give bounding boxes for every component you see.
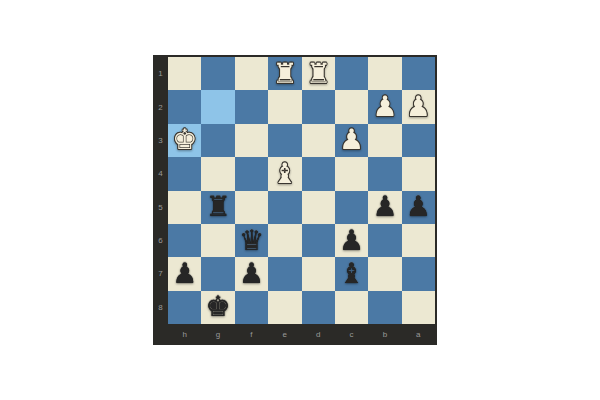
square-h8[interactable]	[168, 291, 201, 324]
square-c4[interactable]	[335, 157, 368, 190]
square-a1[interactable]	[402, 57, 435, 90]
square-d3[interactable]	[302, 124, 335, 157]
square-f4[interactable]	[235, 157, 268, 190]
square-h1[interactable]	[168, 57, 201, 90]
square-b2[interactable]: ♟	[368, 90, 401, 123]
black-pawn[interactable]: ♟	[339, 227, 364, 255]
square-e2[interactable]	[268, 90, 301, 123]
square-e8[interactable]	[268, 291, 301, 324]
square-f7[interactable]: ♟	[235, 257, 268, 290]
square-d6[interactable]	[302, 224, 335, 257]
square-c8[interactable]	[335, 291, 368, 324]
square-b1[interactable]	[368, 57, 401, 90]
square-g7[interactable]	[201, 257, 234, 290]
square-a5[interactable]: ♟	[402, 191, 435, 224]
rank-label-8: 8	[153, 291, 168, 324]
square-d2[interactable]	[302, 90, 335, 123]
white-pawn[interactable]: ♟	[372, 93, 397, 121]
square-d5[interactable]	[302, 191, 335, 224]
white-pawn[interactable]: ♟	[406, 93, 431, 121]
square-b6[interactable]	[368, 224, 401, 257]
file-labels: hgfedcba	[168, 324, 435, 345]
chessboard-grid: ♜♜♟♟♚♟♝♜♟♟♛♟♟♟♝♚	[168, 57, 435, 324]
white-bishop[interactable]: ♝	[272, 160, 297, 188]
file-label-c: c	[335, 324, 368, 345]
square-c1[interactable]	[335, 57, 368, 90]
square-b3[interactable]	[368, 124, 401, 157]
square-h4[interactable]	[168, 157, 201, 190]
square-g2[interactable]	[201, 90, 234, 123]
square-d7[interactable]	[302, 257, 335, 290]
square-d4[interactable]	[302, 157, 335, 190]
file-label-h: h	[168, 324, 201, 345]
rank-label-1: 1	[153, 57, 168, 90]
square-g6[interactable]	[201, 224, 234, 257]
square-e1[interactable]: ♜	[268, 57, 301, 90]
square-f3[interactable]	[235, 124, 268, 157]
square-e5[interactable]	[268, 191, 301, 224]
square-g5[interactable]: ♜	[201, 191, 234, 224]
square-b8[interactable]	[368, 291, 401, 324]
black-pawn[interactable]: ♟	[239, 260, 264, 288]
square-e7[interactable]	[268, 257, 301, 290]
file-label-g: g	[201, 324, 234, 345]
black-rook[interactable]: ♜	[206, 193, 231, 221]
square-a2[interactable]: ♟	[402, 90, 435, 123]
square-a3[interactable]	[402, 124, 435, 157]
square-f8[interactable]	[235, 291, 268, 324]
square-a7[interactable]	[402, 257, 435, 290]
square-b5[interactable]: ♟	[368, 191, 401, 224]
rank-label-3: 3	[153, 124, 168, 157]
black-pawn[interactable]: ♟	[172, 260, 197, 288]
square-a4[interactable]	[402, 157, 435, 190]
square-c7[interactable]: ♝	[335, 257, 368, 290]
square-b4[interactable]	[368, 157, 401, 190]
rank-label-2: 2	[153, 90, 168, 123]
square-h2[interactable]	[168, 90, 201, 123]
square-e6[interactable]	[268, 224, 301, 257]
file-label-d: d	[302, 324, 335, 345]
square-c6[interactable]: ♟	[335, 224, 368, 257]
square-g3[interactable]	[201, 124, 234, 157]
square-h7[interactable]: ♟	[168, 257, 201, 290]
square-h5[interactable]	[168, 191, 201, 224]
square-f5[interactable]	[235, 191, 268, 224]
file-label-b: b	[368, 324, 401, 345]
square-h3[interactable]: ♚	[168, 124, 201, 157]
black-pawn[interactable]: ♟	[406, 193, 431, 221]
black-queen[interactable]: ♛	[239, 227, 264, 255]
square-g4[interactable]	[201, 157, 234, 190]
square-f6[interactable]: ♛	[235, 224, 268, 257]
white-pawn[interactable]: ♟	[339, 126, 364, 154]
square-e4[interactable]: ♝	[268, 157, 301, 190]
rank-label-7: 7	[153, 257, 168, 290]
white-rook[interactable]: ♜	[272, 60, 297, 88]
black-pawn[interactable]: ♟	[372, 193, 397, 221]
white-rook[interactable]: ♜	[306, 60, 331, 88]
file-label-f: f	[235, 324, 268, 345]
square-b7[interactable]	[368, 257, 401, 290]
square-c3[interactable]: ♟	[335, 124, 368, 157]
square-d1[interactable]: ♜	[302, 57, 335, 90]
square-e3[interactable]	[268, 124, 301, 157]
file-label-a: a	[402, 324, 435, 345]
rank-label-5: 5	[153, 191, 168, 224]
square-a8[interactable]	[402, 291, 435, 324]
black-bishop[interactable]: ♝	[339, 260, 364, 288]
square-f2[interactable]	[235, 90, 268, 123]
square-f1[interactable]	[235, 57, 268, 90]
rank-label-4: 4	[153, 157, 168, 190]
square-h6[interactable]	[168, 224, 201, 257]
white-king[interactable]: ♚	[172, 126, 197, 154]
square-c2[interactable]	[335, 90, 368, 123]
chessboard-frame: 12345678 ♜♜♟♟♚♟♝♜♟♟♛♟♟♟♝♚ hgfedcba	[153, 55, 437, 345]
square-g1[interactable]	[201, 57, 234, 90]
square-c5[interactable]	[335, 191, 368, 224]
rank-label-6: 6	[153, 224, 168, 257]
square-d8[interactable]	[302, 291, 335, 324]
black-king[interactable]: ♚	[206, 293, 231, 321]
square-g8[interactable]: ♚	[201, 291, 234, 324]
rank-labels: 12345678	[153, 57, 168, 324]
square-a6[interactable]	[402, 224, 435, 257]
file-label-e: e	[268, 324, 301, 345]
